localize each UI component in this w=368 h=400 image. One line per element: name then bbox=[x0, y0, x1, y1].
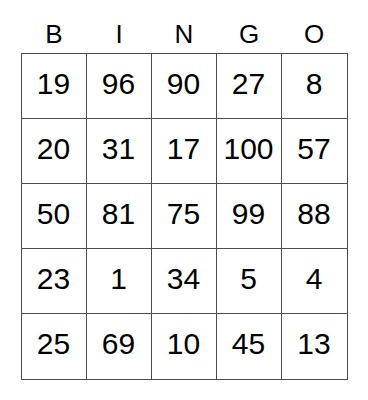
cell-r4c3[interactable]: 45 bbox=[217, 314, 282, 379]
cell-r3c1[interactable]: 1 bbox=[87, 249, 152, 314]
cell-r0c2[interactable]: 90 bbox=[152, 54, 217, 119]
cell-r4c4[interactable]: 13 bbox=[282, 314, 347, 379]
bingo-header: B I N G O bbox=[22, 0, 347, 53]
cell-r2c0[interactable]: 50 bbox=[22, 184, 87, 249]
cell-r4c0[interactable]: 25 bbox=[22, 314, 87, 379]
column-letter-i: I bbox=[87, 21, 152, 53]
cell-r2c4[interactable]: 88 bbox=[282, 184, 347, 249]
column-letter-b: B bbox=[22, 21, 87, 53]
bingo-grid: 19 96 90 27 8 20 31 17 100 57 50 81 75 9… bbox=[21, 53, 348, 380]
cell-r3c0[interactable]: 23 bbox=[22, 249, 87, 314]
cell-r3c3[interactable]: 5 bbox=[217, 249, 282, 314]
cell-r2c3[interactable]: 99 bbox=[217, 184, 282, 249]
column-letter-o: O bbox=[282, 21, 347, 53]
column-letter-g: G bbox=[217, 21, 282, 53]
cell-r1c1[interactable]: 31 bbox=[87, 119, 152, 184]
cell-r0c1[interactable]: 96 bbox=[87, 54, 152, 119]
cell-r0c3[interactable]: 27 bbox=[217, 54, 282, 119]
cell-r4c1[interactable]: 69 bbox=[87, 314, 152, 379]
column-letter-n: N bbox=[152, 21, 217, 53]
cell-r2c1[interactable]: 81 bbox=[87, 184, 152, 249]
cell-r1c3[interactable]: 100 bbox=[217, 119, 282, 184]
cell-r4c2[interactable]: 10 bbox=[152, 314, 217, 379]
cell-r2c2[interactable]: 75 bbox=[152, 184, 217, 249]
cell-r1c4[interactable]: 57 bbox=[282, 119, 347, 184]
cell-r3c2[interactable]: 34 bbox=[152, 249, 217, 314]
cell-r3c4[interactable]: 4 bbox=[282, 249, 347, 314]
cell-r0c4[interactable]: 8 bbox=[282, 54, 347, 119]
cell-r0c0[interactable]: 19 bbox=[22, 54, 87, 119]
cell-r1c0[interactable]: 20 bbox=[22, 119, 87, 184]
bingo-card: B I N G O 19 96 90 27 8 20 31 17 100 57 … bbox=[0, 0, 368, 380]
cell-r1c2[interactable]: 17 bbox=[152, 119, 217, 184]
